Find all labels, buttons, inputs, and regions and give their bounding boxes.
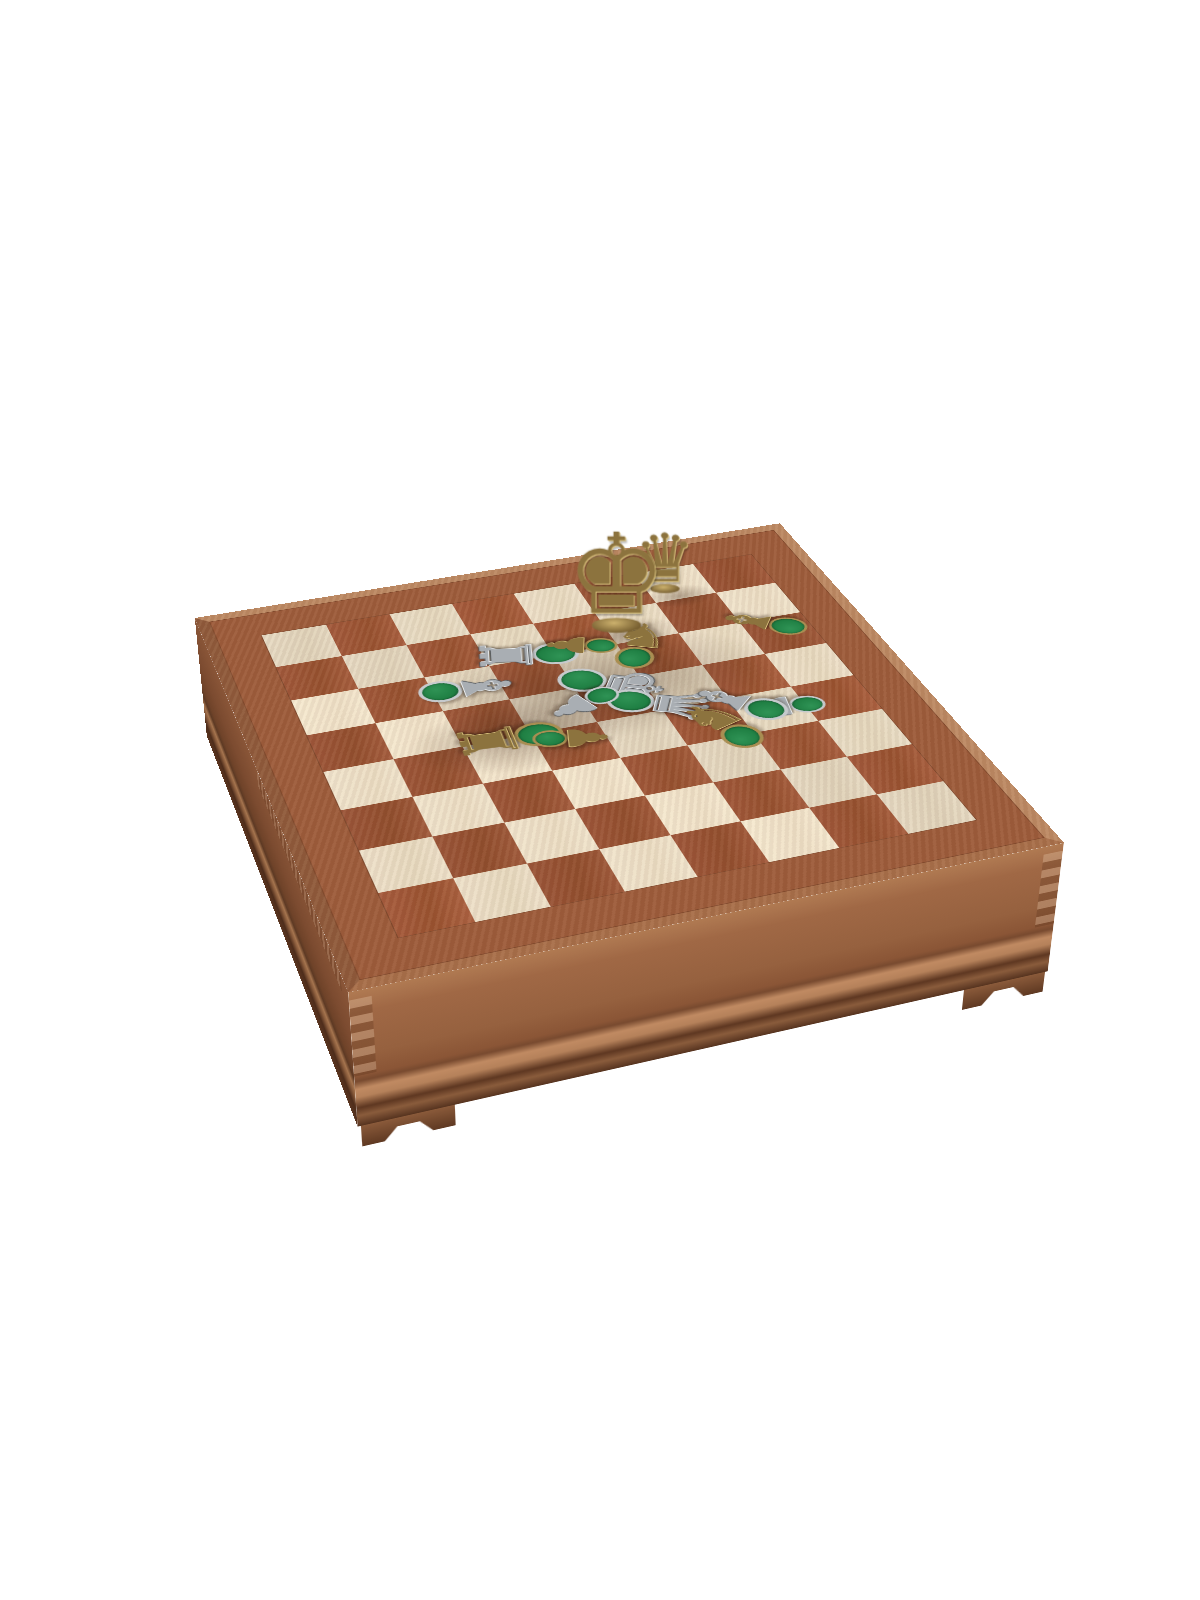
- bracket-foot-left: [208, 738, 225, 797]
- bracket-foot-right: [962, 972, 1045, 1010]
- chess-box-board: ♚♛♜♝♜♟♚♛♞♝♟♝♞♟♟: [195, 523, 1064, 992]
- bracket-foot-near: [361, 1105, 456, 1147]
- finger-joint-left: [349, 996, 377, 1077]
- finger-joint-right: [1035, 851, 1063, 928]
